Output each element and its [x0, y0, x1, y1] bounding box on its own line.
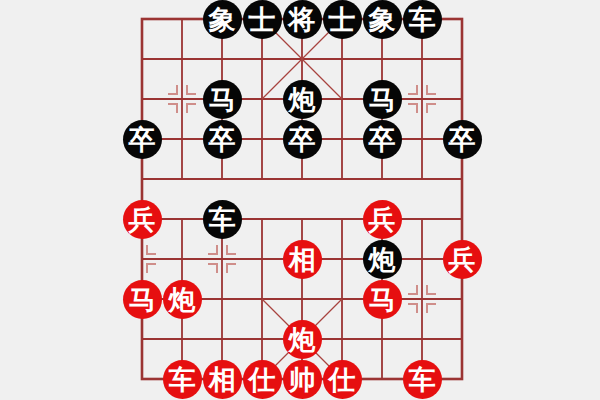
piece-black-soldier[interactable]: 卒: [283, 120, 322, 159]
piece-black-cannon[interactable]: 炮: [283, 80, 322, 119]
piece-red-general[interactable]: 帅: [283, 360, 322, 399]
piece-red-cannon[interactable]: 炮: [163, 280, 202, 319]
piece-black-horse[interactable]: 马: [363, 80, 402, 119]
piece-red-cannon[interactable]: 炮: [283, 320, 322, 359]
piece-black-advisor[interactable]: 士: [323, 0, 362, 39]
piece-red-soldier[interactable]: 兵: [443, 240, 482, 279]
piece-black-elephant[interactable]: 象: [363, 0, 402, 39]
piece-red-chariot[interactable]: 车: [163, 360, 202, 399]
piece-black-soldier[interactable]: 卒: [443, 120, 482, 159]
piece-red-elephant[interactable]: 相: [283, 240, 322, 279]
piece-black-soldier[interactable]: 卒: [363, 120, 402, 159]
pieces-layer: 象士将士象车马炮马卒卒卒卒卒车炮兵兵相兵马炮马炮车相仕帅仕车: [0, 0, 600, 400]
piece-black-soldier[interactable]: 卒: [203, 120, 242, 159]
piece-red-horse[interactable]: 马: [363, 280, 402, 319]
piece-red-soldier[interactable]: 兵: [123, 200, 162, 239]
piece-red-advisor[interactable]: 仕: [323, 360, 362, 399]
piece-black-elephant[interactable]: 象: [203, 0, 242, 39]
piece-red-advisor[interactable]: 仕: [243, 360, 282, 399]
piece-black-general[interactable]: 将: [283, 0, 322, 39]
board-stage: 象士将士象车马炮马卒卒卒卒卒车炮兵兵相兵马炮马炮车相仕帅仕车: [0, 0, 600, 400]
piece-red-elephant[interactable]: 相: [203, 360, 242, 399]
piece-black-chariot[interactable]: 车: [203, 200, 242, 239]
piece-black-horse[interactable]: 马: [203, 80, 242, 119]
piece-red-horse[interactable]: 马: [123, 280, 162, 319]
piece-black-chariot[interactable]: 车: [403, 0, 442, 39]
piece-red-chariot[interactable]: 车: [403, 360, 442, 399]
piece-black-cannon[interactable]: 炮: [363, 240, 402, 279]
piece-black-advisor[interactable]: 士: [243, 0, 282, 39]
piece-red-soldier[interactable]: 兵: [363, 200, 402, 239]
piece-black-soldier[interactable]: 卒: [123, 120, 162, 159]
